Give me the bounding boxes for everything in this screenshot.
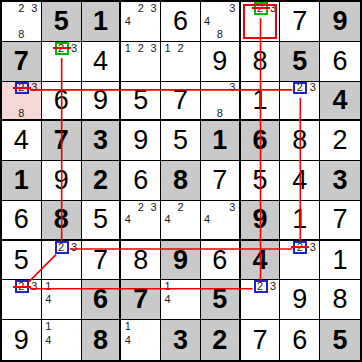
solved-digit: 5 xyxy=(173,127,188,154)
candidate-slot-7 xyxy=(201,107,214,120)
cell-r6c1[interactable]: 6 xyxy=(2,201,42,241)
cell-r6c8[interactable]: 1 xyxy=(280,201,320,241)
candidate-slot-7 xyxy=(161,68,174,81)
candidate-slot-3 xyxy=(68,320,81,333)
candidate-slot-4 xyxy=(241,293,254,306)
cell-r2c5[interactable]: 12 xyxy=(161,42,201,82)
cell-r9c1[interactable]: 9 xyxy=(2,320,42,360)
candidate-slot-2 xyxy=(55,320,68,333)
cell-r7c8[interactable]: 23 xyxy=(280,241,320,281)
solved-digit: 9 xyxy=(54,167,69,194)
candidate-slot-3: 3 xyxy=(28,2,41,15)
candidate-slot-9 xyxy=(306,267,319,280)
solved-digit: 4 xyxy=(14,127,29,154)
candidate-slot-1: 1 xyxy=(121,320,134,333)
solved-digit: 5 xyxy=(133,87,148,114)
cell-r5c5[interactable]: 8 xyxy=(161,161,201,201)
cell-r4c2[interactable]: 7 xyxy=(42,121,82,161)
solved-digit: 1 xyxy=(292,206,307,233)
solved-digit: 9 xyxy=(14,327,29,354)
cell-r2c2[interactable]: 23 xyxy=(42,42,82,82)
candidate-slot-1 xyxy=(280,241,293,254)
solved-digit: 9 xyxy=(292,286,307,313)
given-digit: 9 xyxy=(333,8,348,35)
solved-digit: 1 xyxy=(333,247,348,274)
candidate-slot-4 xyxy=(2,15,15,28)
candidate-slot-8 xyxy=(15,306,28,319)
cell-r8c5[interactable]: 14 xyxy=(161,280,201,320)
candidate-slot-8: 8 xyxy=(15,28,28,41)
cell-r1c2[interactable]: 5 xyxy=(42,2,82,42)
candidate-slot-8: 8 xyxy=(213,107,226,120)
candidate-slot-5 xyxy=(134,333,147,346)
candidate-slot-3: 3 xyxy=(28,280,41,293)
cell-r6c4[interactable]: 234 xyxy=(121,201,161,241)
cell-r3c3[interactable]: 9 xyxy=(82,82,122,122)
candidate-slot-6 xyxy=(28,15,41,28)
cell-r2c4[interactable]: 123 xyxy=(121,42,161,82)
candidate-slot-7 xyxy=(2,306,15,319)
given-digit: 5 xyxy=(212,286,227,313)
candidate-slot-9 xyxy=(68,347,81,360)
cell-r6c3[interactable]: 5 xyxy=(82,201,122,241)
candidate-slot-3 xyxy=(68,280,81,293)
cell-r7c4[interactable]: 8 xyxy=(121,241,161,281)
candidate-slot-6 xyxy=(187,55,200,68)
given-digit: 3 xyxy=(93,127,108,154)
cell-r4c6[interactable]: 1 xyxy=(201,121,241,161)
cell-r2c3[interactable]: 4 xyxy=(82,42,122,82)
cell-r3c2[interactable]: 6 xyxy=(42,82,82,122)
candidate-slot-1 xyxy=(280,82,293,95)
candidate-slot-8 xyxy=(254,28,267,41)
candidate-grid: 34 xyxy=(201,201,239,239)
solved-digit: 7 xyxy=(292,8,307,35)
candidate-grid: 23 xyxy=(280,82,319,120)
candidate-grid: 348 xyxy=(201,2,239,41)
candidate-slot-3 xyxy=(187,201,200,214)
candidate-slot-9 xyxy=(226,226,239,239)
given-digit: 9 xyxy=(173,247,188,274)
solved-digit: 5 xyxy=(93,206,108,233)
cell-r6c6[interactable]: 34 xyxy=(201,201,241,241)
candidate-slot-6 xyxy=(68,55,81,68)
given-digit: 7 xyxy=(54,127,69,154)
cell-r1c6[interactable]: 348 xyxy=(201,2,241,42)
cell-r7c9[interactable]: 1 xyxy=(320,241,360,281)
cell-r9c4[interactable]: 14 xyxy=(121,320,161,360)
candidate-slot-4: 4 xyxy=(201,213,214,226)
candidate-slot-5 xyxy=(134,15,147,28)
solved-digit: 7 xyxy=(253,327,268,354)
cell-r5c4[interactable]: 6 xyxy=(121,161,161,201)
candidate-slot-8: 8 xyxy=(15,107,28,120)
candidate-slot-5 xyxy=(55,333,68,346)
cell-r5c3[interactable]: 2 xyxy=(82,161,122,201)
candidate-slot-1 xyxy=(42,42,55,55)
given-digit: 5 xyxy=(292,48,307,75)
solved-digit: 4 xyxy=(292,167,307,194)
candidate-slot-1 xyxy=(241,2,254,15)
solved-digit: 9 xyxy=(93,87,108,114)
candidate-slot-7 xyxy=(42,267,55,280)
candidate-slot-7 xyxy=(42,306,55,319)
cell-r1c4[interactable]: 234 xyxy=(121,2,161,42)
candidate-slot-9 xyxy=(147,226,160,239)
candidate-slot-7 xyxy=(201,28,214,41)
candidate-slot-5 xyxy=(134,213,147,226)
solved-digit: 6 xyxy=(292,327,307,354)
candidate-grid: 23 xyxy=(42,42,81,81)
candidate-slot-1 xyxy=(121,201,134,214)
cell-r4c1[interactable]: 4 xyxy=(2,121,42,161)
candidate-2-blue-box-crossed: 2 xyxy=(293,241,306,254)
given-digit: 2 xyxy=(93,167,108,194)
cell-r2c1[interactable]: 7 xyxy=(2,42,42,82)
candidate-slot-4 xyxy=(2,94,15,107)
given-digit: 1 xyxy=(212,127,227,154)
candidate-slot-6 xyxy=(306,254,319,267)
cell-r8c2[interactable]: 14 xyxy=(42,280,82,320)
candidate-slot-5 xyxy=(174,55,187,68)
candidate-slot-2: 2 xyxy=(174,201,187,214)
cell-r5c9[interactable]: 3 xyxy=(320,161,360,201)
candidate-slot-2 xyxy=(134,320,147,333)
candidate-slot-4: 4 xyxy=(161,293,174,306)
solved-digit: 4 xyxy=(93,48,108,75)
solved-digit: 6 xyxy=(333,48,348,75)
cell-r7c1[interactable]: 5 xyxy=(2,241,42,281)
candidate-slot-8 xyxy=(134,68,147,81)
candidate-slot-9 xyxy=(28,28,41,41)
cell-r1c8[interactable]: 7 xyxy=(280,2,320,42)
candidate-slot-2: 2 xyxy=(134,2,147,15)
cell-r9c6[interactable]: 2 xyxy=(201,320,241,360)
cell-r6c9[interactable]: 7 xyxy=(320,201,360,241)
candidate-slot-5 xyxy=(213,213,226,226)
cell-r6c2[interactable]: 8 xyxy=(42,201,82,241)
cell-r7c6[interactable]: 6 xyxy=(201,241,241,281)
candidate-slot-1 xyxy=(2,2,15,15)
given-digit: 5 xyxy=(333,327,348,354)
candidate-grid: 14 xyxy=(161,280,200,319)
given-digit: 8 xyxy=(93,327,108,354)
candidate-slot-2: 2 xyxy=(134,42,147,55)
cell-r1c1[interactable]: 238 xyxy=(2,2,42,42)
cell-r7c5[interactable]: 9 xyxy=(161,241,201,281)
cell-r8c7[interactable]: 23 xyxy=(241,280,281,320)
cell-r8c3[interactable]: 6 xyxy=(82,280,122,320)
candidate-slot-3: 3 xyxy=(267,2,280,15)
candidate-grid: 14 xyxy=(42,320,81,360)
cell-r5c2[interactable]: 9 xyxy=(42,161,82,201)
cell-r3c8[interactable]: 23 xyxy=(280,82,320,122)
candidate-slot-4: 4 xyxy=(121,333,134,346)
cell-r2c8[interactable]: 5 xyxy=(280,42,320,82)
cell-r8c6[interactable]: 5 xyxy=(201,280,241,320)
candidate-grid: 14 xyxy=(121,320,160,360)
candidate-slot-9 xyxy=(187,68,200,81)
candidate-slot-2 xyxy=(174,280,187,293)
candidate-slot-3: 3 xyxy=(306,241,319,254)
cell-r6c5[interactable]: 24 xyxy=(161,201,201,241)
cell-r1c5[interactable]: 6 xyxy=(161,2,201,42)
candidate-slot-4: 4 xyxy=(42,293,55,306)
candidate-2-blue-box-crossed: 2 xyxy=(15,280,28,293)
cell-r1c7[interactable]: 23 xyxy=(241,2,281,42)
cell-r5c8[interactable]: 4 xyxy=(280,161,320,201)
candidate-slot-8 xyxy=(134,347,147,360)
cell-r8c1[interactable]: 23 xyxy=(2,280,42,320)
given-digit: 8 xyxy=(54,206,69,233)
candidate-slot-7 xyxy=(161,226,174,239)
candidate-slot-5 xyxy=(213,94,226,107)
candidate-slot-7 xyxy=(2,107,15,120)
candidate-slot-9 xyxy=(226,107,239,120)
candidate-slot-1: 1 xyxy=(42,280,55,293)
candidate-slot-8 xyxy=(55,68,68,81)
solved-digit: 8 xyxy=(292,127,307,154)
candidate-slot-5 xyxy=(254,15,267,28)
candidate-slot-9 xyxy=(147,28,160,41)
solved-digit: 6 xyxy=(212,247,227,274)
candidate-slot-6 xyxy=(68,333,81,346)
candidate-2-blue-box: 2 xyxy=(55,241,68,254)
candidate-slot-1: 1 xyxy=(121,42,134,55)
candidate-slot-4: 4 xyxy=(42,333,55,346)
candidate-slot-7 xyxy=(121,347,134,360)
cell-r9c7[interactable]: 7 xyxy=(241,320,281,360)
candidate-grid: 123 xyxy=(121,42,160,81)
candidate-slot-1 xyxy=(241,280,254,293)
candidate-slot-8 xyxy=(254,306,267,319)
cell-r4c9[interactable]: 2 xyxy=(320,121,360,161)
given-digit: 8 xyxy=(173,167,188,194)
solved-digit: 9 xyxy=(212,48,227,75)
candidate-slot-6 xyxy=(68,254,81,267)
candidate-slot-1: 1 xyxy=(42,320,55,333)
candidate-slot-7 xyxy=(2,28,15,41)
cell-r4c8[interactable]: 8 xyxy=(280,121,320,161)
candidate-slot-8 xyxy=(55,347,68,360)
candidate-slot-1: 1 xyxy=(161,280,174,293)
candidate-slot-9 xyxy=(68,267,81,280)
solved-digit: 7 xyxy=(333,206,348,233)
candidate-slot-6 xyxy=(147,333,160,346)
candidate-slot-6 xyxy=(226,15,239,28)
candidate-slot-5 xyxy=(174,293,187,306)
candidate-slot-5 xyxy=(55,254,68,267)
given-digit: 6 xyxy=(253,127,268,154)
candidate-slot-7 xyxy=(201,226,214,239)
candidate-slot-3: 3 xyxy=(226,2,239,15)
candidate-slot-4 xyxy=(241,15,254,28)
cell-r2c6[interactable]: 9 xyxy=(201,42,241,82)
candidate-slot-5 xyxy=(134,55,147,68)
candidate-slot-7 xyxy=(280,107,293,120)
cell-r8c4[interactable]: 7 xyxy=(121,280,161,320)
candidate-grid: 24 xyxy=(161,201,200,239)
candidate-slot-5 xyxy=(55,55,68,68)
cell-r5c1[interactable]: 1 xyxy=(2,161,42,201)
candidate-slot-3: 3 xyxy=(226,82,239,95)
solved-digit: 6 xyxy=(14,206,29,233)
candidate-slot-5 xyxy=(293,94,306,107)
candidate-grid: 38 xyxy=(201,82,239,120)
cell-r7c2[interactable]: 23 xyxy=(42,241,82,281)
candidate-slot-3: 3 xyxy=(147,2,160,15)
cell-r7c3[interactable]: 7 xyxy=(82,241,122,281)
cell-r9c5[interactable]: 3 xyxy=(161,320,201,360)
candidate-slot-3 xyxy=(187,42,200,55)
candidate-slot-6 xyxy=(28,293,41,306)
candidate-slot-2: 2 xyxy=(174,42,187,55)
candidate-slot-7 xyxy=(42,347,55,360)
candidate-slot-1 xyxy=(201,2,214,15)
candidate-slot-3 xyxy=(187,280,200,293)
cell-r3c6[interactable]: 38 xyxy=(201,82,241,122)
candidate-slot-9 xyxy=(306,107,319,120)
solved-digit: 5 xyxy=(253,167,268,194)
given-digit: 4 xyxy=(333,87,348,114)
candidate-slot-3: 3 xyxy=(306,82,319,95)
solved-digit: 6 xyxy=(133,167,148,194)
cell-r9c3[interactable]: 8 xyxy=(82,320,122,360)
candidate-slot-6 xyxy=(147,55,160,68)
candidate-slot-8 xyxy=(174,226,187,239)
given-digit: 3 xyxy=(173,327,188,354)
candidate-slot-3: 3 xyxy=(147,42,160,55)
candidate-slot-7 xyxy=(161,306,174,319)
candidate-slot-1 xyxy=(2,82,15,95)
candidate-slot-8 xyxy=(213,226,226,239)
candidate-2-blue-box: 2 xyxy=(293,82,306,95)
cell-r3c4[interactable]: 5 xyxy=(121,82,161,122)
candidate-2-blue-box-crossed: 2 xyxy=(15,82,28,95)
candidate-slot-9 xyxy=(28,107,41,120)
cell-r6c7[interactable]: 9 xyxy=(241,201,281,241)
candidate-slot-8 xyxy=(174,68,187,81)
candidate-slot-3: 3 xyxy=(68,241,81,254)
candidate-slot-5 xyxy=(174,213,187,226)
cell-r4c3[interactable]: 3 xyxy=(82,121,122,161)
cell-r9c2[interactable]: 14 xyxy=(42,320,82,360)
candidate-slot-2: 2 xyxy=(134,201,147,214)
solved-digit: 2 xyxy=(333,127,348,154)
candidate-slot-4 xyxy=(280,94,293,107)
candidate-slot-6 xyxy=(267,293,280,306)
cell-r3c7[interactable]: 1 xyxy=(241,82,281,122)
cell-r2c7[interactable]: 8 xyxy=(241,42,281,82)
given-digit: 6 xyxy=(93,286,108,313)
candidate-slot-1 xyxy=(161,201,174,214)
cell-r2c9[interactable]: 6 xyxy=(320,42,360,82)
candidate-slot-9 xyxy=(187,226,200,239)
cell-r4c5[interactable]: 5 xyxy=(161,121,201,161)
candidate-slot-6 xyxy=(267,15,280,28)
cell-r8c9[interactable]: 8 xyxy=(320,280,360,320)
given-digit: 7 xyxy=(14,48,29,75)
solved-digit: 7 xyxy=(212,167,227,194)
cell-r5c7[interactable]: 5 xyxy=(241,161,281,201)
solved-digit: 7 xyxy=(93,247,108,274)
candidate-slot-1 xyxy=(201,82,214,95)
candidate-slot-7 xyxy=(121,226,134,239)
candidate-slot-9 xyxy=(147,347,160,360)
candidate-slot-7 xyxy=(42,68,55,81)
candidate-slot-8 xyxy=(134,226,147,239)
candidate-slot-4: 4 xyxy=(161,213,174,226)
given-digit: 1 xyxy=(93,8,108,35)
cell-r1c9[interactable]: 9 xyxy=(320,2,360,42)
given-digit: 1 xyxy=(14,167,29,194)
candidate-slot-4 xyxy=(121,55,134,68)
candidate-2-green-box-crossed: 2 xyxy=(55,42,68,55)
given-digit: 3 xyxy=(333,167,348,194)
cell-r1c3[interactable]: 1 xyxy=(82,2,122,42)
solved-digit: 8 xyxy=(133,247,148,274)
candidate-slot-8 xyxy=(55,267,68,280)
candidate-slot-9 xyxy=(267,306,280,319)
cell-r8c8[interactable]: 9 xyxy=(280,280,320,320)
candidate-slot-4 xyxy=(161,55,174,68)
cell-r4c7[interactable]: 6 xyxy=(241,121,281,161)
candidate-slot-7 xyxy=(241,306,254,319)
given-digit: 7 xyxy=(133,286,148,313)
candidate-slot-9 xyxy=(28,306,41,319)
candidate-slot-4: 4 xyxy=(201,15,214,28)
candidate-slot-1 xyxy=(201,201,214,214)
candidate-slot-4 xyxy=(201,94,214,107)
cell-r4c4[interactable]: 9 xyxy=(121,121,161,161)
given-digit: 5 xyxy=(54,8,69,35)
cell-r9c9[interactable]: 5 xyxy=(320,320,360,360)
candidate-slot-8 xyxy=(293,107,306,120)
sudoku-board: 2385123463482379723412312985623869573812… xyxy=(0,0,362,362)
candidate-slot-6 xyxy=(28,94,41,107)
candidate-slot-3 xyxy=(147,320,160,333)
solved-digit: 6 xyxy=(54,87,69,114)
candidate-slot-2 xyxy=(213,201,226,214)
candidate-slot-3: 3 xyxy=(28,82,41,95)
candidate-slot-2 xyxy=(213,82,226,95)
cell-r9c8[interactable]: 6 xyxy=(280,320,320,360)
candidate-slot-6 xyxy=(226,213,239,226)
candidate-slot-2 xyxy=(213,2,226,15)
candidate-slot-9 xyxy=(68,68,81,81)
candidate-grid: 14 xyxy=(42,280,81,319)
cell-r7c7[interactable]: 4 xyxy=(241,241,281,281)
cell-r5c6[interactable]: 7 xyxy=(201,161,241,201)
candidate-slot-4 xyxy=(42,254,55,267)
candidate-slot-6 xyxy=(226,94,239,107)
given-digit: 4 xyxy=(253,247,268,274)
candidate-slot-5 xyxy=(15,293,28,306)
candidate-slot-6 xyxy=(187,213,200,226)
candidate-slot-9 xyxy=(68,306,81,319)
cell-r3c5[interactable]: 7 xyxy=(161,82,201,122)
candidate-slot-4 xyxy=(42,55,55,68)
candidate-slot-5 xyxy=(293,254,306,267)
candidate-slot-5 xyxy=(55,293,68,306)
candidate-2-green-box-crossed: 2 xyxy=(254,2,267,15)
cell-r3c9[interactable]: 4 xyxy=(320,82,360,122)
cell-r3c1[interactable]: 238 xyxy=(2,82,42,122)
candidate-slot-9 xyxy=(267,28,280,41)
candidate-slot-2: 2 xyxy=(15,2,28,15)
candidate-slot-7 xyxy=(241,28,254,41)
candidate-grid: 234 xyxy=(121,2,160,41)
